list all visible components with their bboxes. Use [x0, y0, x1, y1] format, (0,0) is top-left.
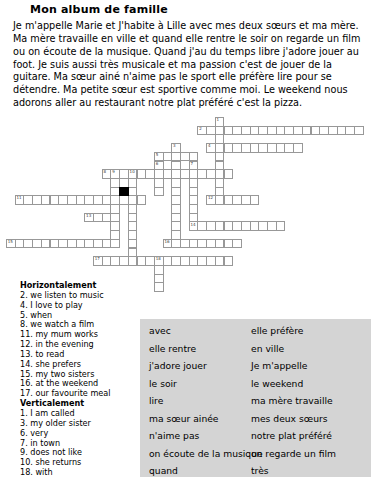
word-bank-row: le soirle weekend — [149, 375, 371, 393]
word-bank-item: on regarde un film — [251, 448, 371, 459]
word-bank-item: j'adore jouer — [149, 360, 251, 371]
crossword-cell[interactable] — [250, 195, 260, 205]
word-bank-item: elle rentre — [149, 343, 251, 354]
crossword-cell[interactable] — [224, 256, 234, 266]
clue-number: 5 — [156, 153, 159, 157]
clue-number: 6 — [156, 162, 159, 166]
crossword-cell[interactable] — [163, 152, 173, 162]
word-bank-item: en ville — [251, 343, 371, 354]
down-clues: 1. I am called3. my older sister6. very7… — [20, 409, 140, 478]
crossword-cell[interactable] — [232, 239, 242, 249]
word-bank-item: avec — [149, 325, 251, 336]
word-bank-item: très — [251, 465, 371, 476]
word-bank-item: mes deux sœurs — [251, 413, 371, 424]
word-bank-row: lirema mère travaille — [149, 392, 371, 410]
worksheet-page: Mon album de famille Je m'appelle Marie … — [0, 0, 375, 500]
word-bank-item: le weekend — [251, 378, 371, 389]
word-bank-item: le soir — [149, 378, 251, 389]
crossword-cell[interactable] — [145, 169, 155, 179]
crossword-cell[interactable] — [110, 239, 120, 249]
crossword-cell[interactable]: 16 — [163, 239, 173, 249]
crossword-cell[interactable] — [354, 126, 364, 136]
clue-number: 17 — [95, 257, 100, 261]
crossword-cell[interactable]: 4 — [206, 143, 216, 153]
crossword-cell[interactable] — [137, 195, 147, 205]
crossword-cell[interactable] — [293, 143, 303, 153]
across-clues: 2. we listen to music4. I love to play5.… — [20, 291, 140, 399]
crossword-cell[interactable] — [154, 282, 164, 292]
word-bank-row: j'adore jouerJe m'appelle — [149, 357, 371, 375]
word-bank-item: n'aime pas — [149, 430, 251, 441]
crossword-cell[interactable] — [206, 169, 216, 179]
word-bank-item: ma mère travaille — [251, 395, 371, 406]
word-bank-row: n'aime pasnotre plat préféré — [149, 427, 371, 445]
clue-number: 18 — [156, 257, 161, 261]
clue-number: 3 — [173, 144, 176, 148]
crossword-cell[interactable] — [102, 213, 112, 223]
crossword-cell[interactable] — [276, 221, 286, 231]
crossword-cell[interactable] — [224, 169, 234, 179]
word-bank-row: avecelle préfère — [149, 322, 371, 340]
crossword-cell[interactable] — [102, 195, 112, 205]
word-bank-item: on écoute de la musique — [149, 448, 251, 459]
clue-item: 18. with — [20, 468, 140, 478]
clue-number: 4 — [208, 144, 211, 148]
black-cell — [119, 187, 129, 197]
crossword-cell[interactable] — [154, 187, 164, 197]
word-bank-row: elle rentreen ville — [149, 340, 371, 358]
clue-number: 14 — [190, 223, 195, 227]
word-bank-item: notre plat préféré — [251, 430, 371, 441]
crossword-cell[interactable]: 12 — [206, 195, 216, 205]
crossword-cell[interactable] — [180, 169, 190, 179]
word-bank-row: ma sœur ainéemes deux sœurs — [149, 410, 371, 428]
crossword-cell[interactable] — [206, 126, 216, 136]
clue-number: 12 — [208, 196, 213, 200]
clue-number: 15 — [8, 240, 13, 244]
word-bank-item: ma sœur ainée — [149, 413, 251, 424]
clue-number: 10 — [130, 170, 135, 174]
word-bank: avecelle préfèreelle rentreen villej'ado… — [140, 319, 371, 477]
word-bank-item: lire — [149, 395, 251, 406]
clue-number: 8 — [103, 170, 106, 174]
word-bank-row: on écoute de la musiqueon regarde un fil… — [149, 445, 371, 463]
crossword-cell[interactable] — [163, 169, 173, 179]
clue-number: 9 — [112, 170, 115, 174]
word-bank-item: elle préfère — [251, 325, 371, 336]
clue-number: 1 — [217, 118, 220, 122]
word-bank-row: quandtrès — [149, 462, 371, 480]
clue-number: 2 — [199, 127, 202, 131]
clue-number: 16 — [164, 240, 169, 244]
word-bank-item: Je m'appelle — [251, 360, 371, 371]
crossword-cell[interactable] — [119, 195, 129, 205]
clue-list: Horizontalement 2. we listen to music4. … — [20, 281, 140, 478]
clue-number: 13 — [86, 214, 91, 218]
clue-number: 11 — [16, 196, 21, 200]
clue-number: 7 — [190, 162, 193, 166]
word-bank-item: quand — [149, 465, 251, 476]
